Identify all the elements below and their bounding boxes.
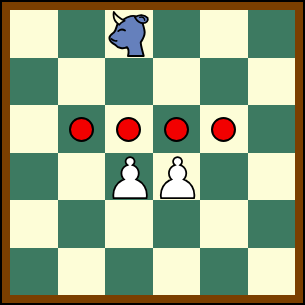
board-wood-border: ♟♟ [2, 2, 303, 303]
square-r5c3[interactable] [105, 200, 153, 247]
square-r1c1[interactable] [10, 10, 58, 58]
square-r2c3[interactable] [105, 58, 153, 105]
move-target-dot[interactable] [211, 117, 236, 142]
square-r4c6[interactable] [248, 153, 296, 200]
board: ♟♟ [10, 10, 295, 295]
square-r3c6[interactable] [248, 105, 296, 152]
square-r3c1[interactable] [10, 105, 58, 152]
square-r1c6[interactable] [248, 10, 296, 58]
square-r2c6[interactable] [248, 58, 296, 105]
square-r5c5[interactable] [200, 200, 248, 247]
square-r6c2[interactable] [58, 248, 106, 295]
square-r4c3[interactable]: ♟ [105, 153, 153, 200]
white-pawn[interactable]: ♟ [105, 151, 153, 207]
board-frame: ♟♟ [0, 0, 305, 305]
square-r6c1[interactable] [10, 248, 58, 295]
square-r5c4[interactable] [153, 200, 201, 247]
square-r3c2[interactable] [58, 105, 106, 152]
square-r5c1[interactable] [10, 200, 58, 247]
square-r6c5[interactable] [200, 248, 248, 295]
move-target-dot[interactable] [69, 117, 94, 142]
square-r5c2[interactable] [58, 200, 106, 247]
square-r6c6[interactable] [248, 248, 296, 295]
square-r6c4[interactable] [153, 248, 201, 295]
square-r1c3[interactable] [105, 10, 153, 58]
square-r4c2[interactable] [58, 153, 106, 200]
square-r6c3[interactable] [105, 248, 153, 295]
square-r2c5[interactable] [200, 58, 248, 105]
square-r1c4[interactable] [153, 10, 201, 58]
white-pawn[interactable]: ♟ [153, 151, 201, 207]
square-r1c2[interactable] [58, 10, 106, 58]
square-r3c5[interactable] [200, 105, 248, 152]
square-r1c5[interactable] [200, 10, 248, 58]
move-target-dot[interactable] [116, 117, 141, 142]
square-r5c6[interactable] [248, 200, 296, 247]
square-r2c1[interactable] [10, 58, 58, 105]
square-r4c1[interactable] [10, 153, 58, 200]
square-r2c4[interactable] [153, 58, 201, 105]
bull-piece[interactable] [106, 11, 152, 58]
square-r4c5[interactable] [200, 153, 248, 200]
move-target-dot[interactable] [164, 117, 189, 142]
square-r4c4[interactable]: ♟ [153, 153, 201, 200]
square-r2c2[interactable] [58, 58, 106, 105]
